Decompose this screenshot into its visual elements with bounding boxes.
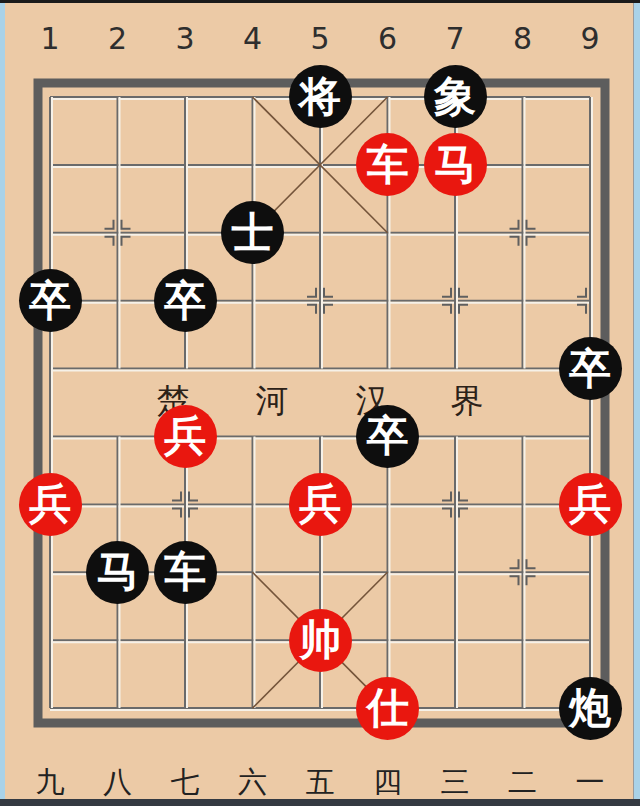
piece-black-soldier[interactable]: 卒: [559, 337, 622, 400]
piece-black-general[interactable]: 将: [289, 65, 352, 128]
screenshot-stage: 123456789 九八七六五四三二一 楚河汉界 将象车马士卒卒卒兵卒兵兵兵马车…: [0, 0, 640, 806]
piece-black-advisor[interactable]: 士: [221, 201, 284, 264]
file-label-top: 6: [354, 22, 422, 56]
file-label-bottom: 八: [84, 764, 152, 800]
file-label-bottom: 四: [354, 764, 422, 800]
file-label-top: 2: [84, 22, 152, 56]
file-label-top: 8: [489, 22, 557, 56]
frame-right-edge: [633, 3, 640, 799]
piece-black-soldier[interactable]: 卒: [356, 405, 419, 468]
file-label-top: 1: [16, 22, 84, 56]
file-label-bottom: 五: [286, 764, 354, 800]
file-label-top: 5: [286, 22, 354, 56]
piece-red-horse[interactable]: 马: [424, 133, 487, 196]
file-label-bottom: 二: [489, 764, 557, 800]
piece-red-general[interactable]: 帅: [289, 609, 352, 672]
piece-black-horse[interactable]: 马: [86, 541, 149, 604]
frame-bottom-edge: [0, 799, 640, 806]
piece-black-soldier[interactable]: 卒: [154, 269, 217, 332]
pieces-layer: 将象车马士卒卒卒兵卒兵兵兵马车帅仕炮: [16, 63, 624, 742]
file-label-bottom: 三: [421, 764, 489, 800]
piece-black-chariot[interactable]: 车: [154, 541, 217, 604]
piece-red-chariot[interactable]: 车: [356, 133, 419, 196]
piece-black-soldier[interactable]: 卒: [19, 269, 82, 332]
frame-top-edge: [0, 0, 640, 3]
piece-black-cannon[interactable]: 炮: [559, 677, 622, 740]
file-label-bottom: 一: [556, 764, 624, 800]
piece-red-soldier[interactable]: 兵: [154, 405, 217, 468]
file-label-top: 7: [421, 22, 489, 56]
file-label-bottom: 六: [219, 764, 287, 800]
file-labels-bottom: 九八七六五四三二一: [16, 764, 624, 800]
piece-red-soldier[interactable]: 兵: [559, 473, 622, 536]
file-labels-top: 123456789: [16, 22, 624, 56]
file-label-top: 4: [219, 22, 287, 56]
piece-black-elephant[interactable]: 象: [424, 65, 487, 128]
file-label-top: 9: [556, 22, 624, 56]
piece-red-soldier[interactable]: 兵: [289, 473, 352, 536]
frame-left-edge: [0, 3, 5, 799]
file-label-bottom: 七: [151, 764, 219, 800]
file-label-top: 3: [151, 22, 219, 56]
file-label-bottom: 九: [16, 764, 84, 800]
piece-red-soldier[interactable]: 兵: [19, 473, 82, 536]
piece-red-advisor[interactable]: 仕: [356, 677, 419, 740]
